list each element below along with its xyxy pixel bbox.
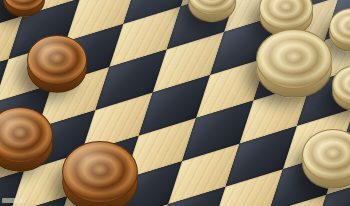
- piece-face-rings: [256, 29, 332, 89]
- checker-piece-cream[interactable]: [188, 0, 236, 22]
- checker-piece-brown[interactable]: [62, 141, 138, 206]
- piece-face-rings: [27, 35, 87, 85]
- checker-piece-brown[interactable]: [3, 0, 45, 17]
- checker-piece-brown[interactable]: [27, 35, 87, 93]
- checker-piece-cream[interactable]: [329, 8, 350, 52]
- watermark: [2, 198, 26, 203]
- checkers-board-photo: [0, 0, 350, 206]
- piece-face-rings: [62, 141, 138, 203]
- checker-piece-cream[interactable]: [302, 129, 350, 189]
- checker-piece-cream[interactable]: [256, 29, 332, 98]
- checker-piece-cream[interactable]: [332, 65, 350, 111]
- checker-piece-brown[interactable]: [0, 107, 53, 172]
